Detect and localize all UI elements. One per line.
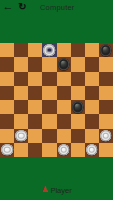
board-square-r5c5[interactable] bbox=[71, 114, 85, 128]
black-piece[interactable] bbox=[72, 101, 84, 113]
black-piece[interactable] bbox=[100, 44, 112, 56]
board-square-r1c3[interactable] bbox=[42, 57, 56, 71]
board-square-r6c4[interactable] bbox=[57, 129, 71, 143]
board-square-r7c6[interactable] bbox=[85, 143, 99, 157]
board-square-r7c2[interactable] bbox=[28, 143, 42, 157]
board-square-r0c1[interactable] bbox=[14, 43, 28, 57]
board-square-r3c6[interactable] bbox=[85, 86, 99, 100]
footer: ♟ Player bbox=[0, 183, 113, 197]
board-square-r4c4[interactable] bbox=[57, 100, 71, 114]
board-square-r1c4[interactable] bbox=[57, 57, 71, 71]
board-square-r6c5[interactable] bbox=[71, 129, 85, 143]
board-square-r1c0[interactable] bbox=[0, 57, 14, 71]
board-square-r7c3[interactable] bbox=[42, 143, 56, 157]
board-square-r0c7[interactable] bbox=[99, 43, 113, 57]
board-square-r7c7[interactable] bbox=[99, 143, 113, 157]
board-square-r6c3[interactable] bbox=[42, 129, 56, 143]
board-square-r2c0[interactable] bbox=[0, 72, 14, 86]
board-square-r2c1[interactable] bbox=[14, 72, 28, 86]
black-piece[interactable] bbox=[58, 59, 70, 71]
board-square-r2c4[interactable] bbox=[57, 72, 71, 86]
restart-icon[interactable]: ↻ bbox=[16, 0, 29, 14]
board-square-r0c6[interactable] bbox=[85, 43, 99, 57]
board-square-r4c2[interactable] bbox=[28, 100, 42, 114]
board-square-r7c4[interactable] bbox=[57, 143, 71, 157]
board bbox=[0, 43, 113, 157]
board-square-r2c5[interactable] bbox=[71, 72, 85, 86]
board-square-r0c0[interactable] bbox=[0, 43, 14, 57]
board-square-r6c7[interactable] bbox=[99, 129, 113, 143]
board-square-r3c0[interactable] bbox=[0, 86, 14, 100]
white-piece[interactable] bbox=[58, 144, 70, 156]
board-square-r6c2[interactable] bbox=[28, 129, 42, 143]
board-square-r1c6[interactable] bbox=[85, 57, 99, 71]
white-king-piece[interactable] bbox=[44, 44, 56, 56]
board-square-r5c4[interactable] bbox=[57, 114, 71, 128]
board-square-r7c5[interactable] bbox=[71, 143, 85, 157]
board-square-r4c0[interactable] bbox=[0, 100, 14, 114]
board-square-r0c3[interactable] bbox=[42, 43, 56, 57]
board-square-r3c7[interactable] bbox=[99, 86, 113, 100]
board-square-r5c1[interactable] bbox=[14, 114, 28, 128]
board-square-r0c2[interactable] bbox=[28, 43, 42, 57]
board-square-r1c1[interactable] bbox=[14, 57, 28, 71]
board-square-r2c2[interactable] bbox=[28, 72, 42, 86]
board-square-r7c0[interactable] bbox=[0, 143, 14, 157]
board-square-r3c3[interactable] bbox=[42, 86, 56, 100]
white-piece[interactable] bbox=[15, 130, 27, 142]
board-square-r0c4[interactable] bbox=[57, 43, 71, 57]
checkers-app: ← ↻ Computer ♟ Player bbox=[0, 0, 113, 200]
board-square-r4c1[interactable] bbox=[14, 100, 28, 114]
back-icon[interactable]: ← bbox=[2, 0, 14, 14]
board-square-r4c5[interactable] bbox=[71, 100, 85, 114]
board-square-r6c6[interactable] bbox=[85, 129, 99, 143]
white-piece[interactable] bbox=[86, 144, 98, 156]
board-square-r5c3[interactable] bbox=[42, 114, 56, 128]
board-square-r3c5[interactable] bbox=[71, 86, 85, 100]
opponent-label: Computer bbox=[40, 3, 75, 12]
white-piece[interactable] bbox=[1, 144, 13, 156]
white-piece[interactable] bbox=[100, 130, 112, 142]
board-square-r1c5[interactable] bbox=[71, 57, 85, 71]
top-bar: ← ↻ Computer bbox=[0, 0, 113, 16]
board-square-r7c1[interactable] bbox=[14, 143, 28, 157]
board-square-r6c0[interactable] bbox=[0, 129, 14, 143]
board-square-r3c1[interactable] bbox=[14, 86, 28, 100]
board-square-r2c3[interactable] bbox=[42, 72, 56, 86]
board-square-r3c2[interactable] bbox=[28, 86, 42, 100]
board-square-r3c4[interactable] bbox=[57, 86, 71, 100]
board-square-r1c7[interactable] bbox=[99, 57, 113, 71]
board-square-r4c7[interactable] bbox=[99, 100, 113, 114]
board-square-r1c2[interactable] bbox=[28, 57, 42, 71]
board-square-r4c6[interactable] bbox=[85, 100, 99, 114]
player-pawn-icon: ♟ bbox=[41, 186, 48, 194]
board-square-r0c5[interactable] bbox=[71, 43, 85, 57]
board-square-r4c3[interactable] bbox=[42, 100, 56, 114]
player-label: Player bbox=[50, 186, 71, 195]
board-square-r5c0[interactable] bbox=[0, 114, 14, 128]
board-square-r6c1[interactable] bbox=[14, 129, 28, 143]
board-square-r5c2[interactable] bbox=[28, 114, 42, 128]
board-square-r2c6[interactable] bbox=[85, 72, 99, 86]
board-square-r2c7[interactable] bbox=[99, 72, 113, 86]
board-square-r5c7[interactable] bbox=[99, 114, 113, 128]
board-square-r5c6[interactable] bbox=[85, 114, 99, 128]
